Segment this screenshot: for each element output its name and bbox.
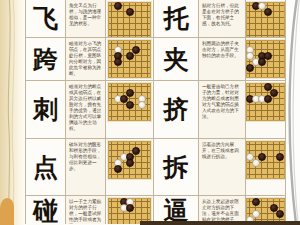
board-cell-tuo [246, 0, 285, 37]
right-margin-decoration [284, 0, 300, 225]
board-cell-dian [106, 139, 153, 195]
definition-cell-dian: 破坏对方的眼形和棋形的手段，与刺有些相似，但比刺更进一步。 [66, 139, 105, 195]
term-char-fei: 飞 [33, 6, 58, 31]
go-terminology-poster: 飞 角交叉点为行棋，与跳的道理相似，是一种常见的棋形。 跨 瞄准对方小飞的弱点，… [0, 0, 300, 225]
definition-cell-peng: 以一子之力紧贴对方的棋子行棋，一般是试探性的手段或者为了…… [66, 196, 105, 224]
term-cell-jia: 夹 [154, 38, 198, 80]
board-cell-fei [106, 0, 153, 37]
go-diagram-chai [246, 141, 285, 179]
term-char-tuo: 托 [164, 6, 189, 31]
term-char-bi: 逼 [164, 198, 189, 223]
term-cell-chai: 拆 [154, 139, 198, 195]
definition-text-fei: 角交叉点为行棋，与跳的道理相似，是一种常见的棋形。 [66, 0, 105, 29]
board-cell-ci [106, 81, 153, 138]
term-char-peng: 碰 [33, 198, 58, 223]
go-diagram-fei [108, 2, 151, 37]
definition-cell-tuo: 贴对方行棋，但此是走在对方棋子的下面，有托举之感，故名为托。 [199, 0, 245, 37]
definition-text-kua: 瞄准对方小飞的弱点，在其弱点处行棋，意图纵向分断对方，因此也常被称为跨断。 [66, 38, 105, 79]
go-diagram-tuo [246, 2, 285, 37]
definition-cell-bi: 从边上发起进攻阻止对方拆边的下法，逼并不会直面贴在对方的棋子上，但这种…… [199, 196, 245, 224]
term-cell-peng: 碰 [26, 196, 65, 224]
definition-text-ji: 一般要借助己方棋子的力量，针对对方的断点或者利用对方气紧的弱点插入式攻击对方的下… [199, 81, 245, 122]
board-cell-jia [246, 38, 285, 80]
definition-cell-fei: 角交叉点为行棋，与跳的道理相似，是一种常见的棋形。 [66, 0, 105, 37]
board-cell-chai [246, 139, 285, 195]
terms-table-right-column: 托 贴对方行棋，但此是走在对方棋子的下面，有托举之感，故名为托。 夹 利用两边的… [153, 0, 286, 224]
definition-text-jia: 利用两边的棋子夹击对方，从而产生独特的攻击手段。 [199, 38, 245, 61]
gray-curve-icon [284, 0, 300, 225]
scroll-curve-lines-icon [0, 0, 25, 225]
definition-text-tuo: 贴对方行棋，但此是走在对方棋子的下面，有托举之感，故名为托。 [199, 0, 245, 29]
term-char-kua: 跨 [33, 47, 58, 72]
go-diagram-kua [108, 40, 151, 78]
term-cell-dian: 点 [26, 139, 65, 195]
term-char-ci: 刺 [33, 97, 58, 122]
term-char-chai: 拆 [164, 155, 189, 180]
definition-cell-chai: 沿着边的方向展开，在三线或者四线进行拆边。 [199, 139, 245, 195]
term-cell-tuo: 托 [154, 0, 198, 37]
left-scroll-decoration [0, 0, 25, 225]
term-cell-ji: 挤 [154, 81, 198, 138]
bottom-dark-edge [140, 221, 300, 225]
go-diagram-jia [246, 40, 285, 78]
go-diagram-dian [108, 141, 151, 179]
term-cell-fei: 飞 [26, 0, 65, 37]
term-cell-bi: 逼 [154, 196, 198, 224]
definition-text-chai: 沿着边的方向展开，在三线或者四线进行拆边。 [199, 139, 245, 162]
definition-cell-jia: 利用两边的棋子夹击对方，从而产生独特的攻击手段。 [199, 38, 245, 80]
board-cell-peng [106, 196, 153, 224]
terms-table-left-column: 飞 角交叉点为行棋，与跳的道理相似，是一种常见的棋形。 跨 瞄准对方小飞的弱点，… [25, 0, 154, 224]
go-diagram-ci [108, 83, 151, 121]
definition-text-ci: 瞄准对方的断点或其他弱点，在其旁边行棋以威胁对方，拥有先手的优势，通过刺的方式可… [66, 81, 105, 135]
term-char-jia: 夹 [164, 47, 189, 72]
board-cell-ji [246, 81, 285, 138]
term-cell-ci: 刺 [26, 81, 65, 138]
go-diagram-ji [246, 83, 285, 121]
definition-cell-ci: 瞄准对方的断点或其他弱点，在其旁边行棋以威胁对方，拥有先手的优势，通过刺的方式可… [66, 81, 105, 138]
term-char-dian: 点 [33, 155, 58, 180]
definition-cell-kua: 瞄准对方小飞的弱点，在其弱点处行棋，意图纵向分断对方，因此也常被称为跨断。 [66, 38, 105, 80]
definition-text-peng: 以一子之力紧贴对方的棋子行棋，一般是试探性的手段或者为了…… [66, 196, 105, 224]
definition-text-dian: 破坏对方的眼形和棋形的手段，与刺有些相似，但比刺更进一步。 [66, 139, 105, 174]
definition-text-bi: 从边上发起进攻阻止对方拆边的下法，逼并不会直面贴在对方的棋子上，但这种…… [199, 196, 245, 224]
term-cell-kua: 跨 [26, 38, 65, 80]
definition-cell-ji: 一般要借助己方棋子的力量，针对对方的断点或者利用对方气紧的弱点插入式攻击对方的下… [199, 81, 245, 138]
orange-corner-patch [0, 198, 14, 225]
board-cell-kua [106, 38, 153, 80]
term-char-ji: 挤 [164, 97, 189, 122]
board-cell-bi [246, 196, 285, 224]
